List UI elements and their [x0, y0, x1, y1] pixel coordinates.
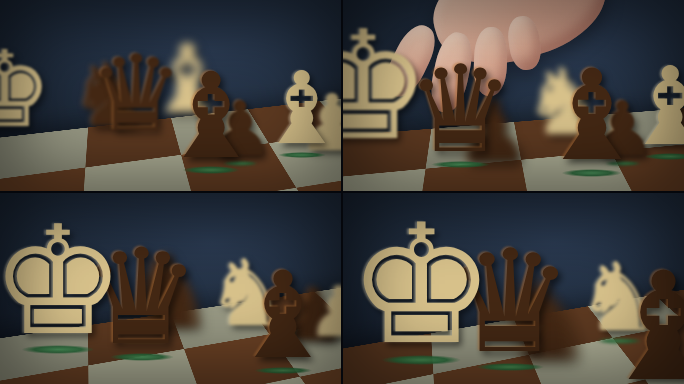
felt-base: [432, 161, 490, 168]
black-bishop: ♝: [536, 53, 648, 178]
black-bishop: ♝: [596, 252, 684, 384]
video-frame-2: ♚♛♟♞♝♟♝: [343, 0, 684, 191]
white-king: ♚: [347, 203, 495, 368]
black-bishop: ♝: [229, 256, 337, 376]
white-king: ♚: [0, 206, 125, 356]
felt-base: [22, 345, 95, 354]
video-frame-1: ♚♞♛♝♝♟♝♟: [0, 0, 341, 191]
white-bishop: ♝: [257, 59, 341, 159]
black-queen: ♛: [407, 50, 515, 170]
white-king: ♚: [0, 38, 52, 143]
chess-video-frame-collage: ♚♞♛♝♝♟♝♟ ♚♛♟♞♝♟♝ ♚♛♞♞♝♟♟ ♚♛♞♞♝: [0, 0, 684, 384]
felt-base: [254, 367, 312, 374]
felt-base: [183, 166, 240, 173]
video-frame-4: ♚♛♞♞♝: [343, 193, 684, 384]
video-frame-3: ♚♛♞♞♝♟♟: [0, 193, 341, 384]
felt-base: [381, 355, 461, 365]
black-bishop: ♝: [159, 57, 265, 175]
felt-base: [644, 153, 684, 159]
felt-base: [562, 169, 623, 177]
felt-base: [278, 152, 326, 158]
